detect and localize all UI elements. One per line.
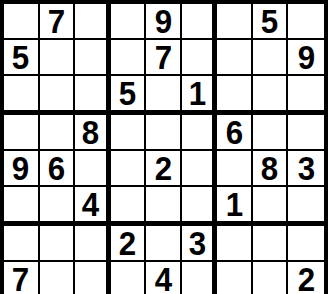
cell-digit: 7 [48, 4, 65, 38]
cell-r3c1[interactable] [4, 76, 40, 115]
cell-digit: 5 [261, 4, 278, 38]
cell-r4c2[interactable] [40, 115, 76, 151]
cell-r1c3[interactable] [75, 4, 111, 40]
cell-r2c8[interactable] [253, 40, 289, 76]
cell-r4c9[interactable] [288, 115, 324, 151]
cell-r8c6[interactable] [182, 262, 218, 294]
cell-r1c5[interactable]: 9 [146, 4, 182, 40]
cell-r6c6[interactable] [182, 187, 218, 226]
cell-r2c7[interactable] [217, 40, 253, 76]
cell-r6c3[interactable]: 4 [75, 187, 111, 226]
cell-r5c4[interactable] [111, 151, 147, 187]
cell-r5c7[interactable] [217, 151, 253, 187]
cell-digit: 5 [119, 76, 136, 110]
cell-r7c5[interactable] [146, 226, 182, 262]
cell-r7c8[interactable] [253, 226, 289, 262]
cell-digit: 7 [12, 262, 29, 294]
cell-r8c3[interactable] [75, 262, 111, 294]
cell-r6c7[interactable]: 1 [217, 187, 253, 226]
cell-r7c6[interactable]: 3 [182, 226, 218, 262]
cell-digit: 3 [188, 226, 205, 260]
cell-r7c1[interactable] [4, 226, 40, 262]
cell-digit: 4 [82, 187, 99, 221]
cell-r1c2[interactable]: 7 [40, 4, 76, 40]
cell-r5c2[interactable]: 6 [40, 151, 76, 187]
cell-r8c1[interactable]: 7 [4, 262, 40, 294]
cell-r7c2[interactable] [40, 226, 76, 262]
cell-r3c2[interactable] [40, 76, 76, 115]
cell-r4c1[interactable] [4, 115, 40, 151]
cell-r1c9[interactable] [288, 4, 324, 40]
cell-digit: 5 [12, 40, 29, 74]
cell-r3c5[interactable] [146, 76, 182, 115]
cell-r2c4[interactable] [111, 40, 147, 76]
cell-r2c6[interactable] [182, 40, 218, 76]
cell-r6c4[interactable] [111, 187, 147, 226]
cell-digit: 4 [154, 262, 171, 294]
cell-r5c8[interactable]: 8 [253, 151, 289, 187]
cell-r7c9[interactable] [288, 226, 324, 262]
cell-r4c6[interactable] [182, 115, 218, 151]
cell-r3c6[interactable]: 1 [182, 76, 218, 115]
cell-r4c4[interactable] [111, 115, 147, 151]
cell-r5c9[interactable]: 3 [288, 151, 324, 187]
cell-r6c9[interactable] [288, 187, 324, 226]
cell-r6c8[interactable] [253, 187, 289, 226]
cell-r8c8[interactable] [253, 262, 289, 294]
cell-digit: 8 [261, 151, 278, 185]
cell-digit: 1 [188, 76, 205, 110]
cell-r3c8[interactable] [253, 76, 289, 115]
sudoku-board: 7955795186962834123742956 [0, 0, 328, 294]
cell-r8c2[interactable] [40, 262, 76, 294]
cell-digit: 9 [298, 40, 315, 74]
cell-r3c9[interactable] [288, 76, 324, 115]
cell-digit: 6 [225, 115, 242, 149]
cell-r8c4[interactable] [111, 262, 147, 294]
cell-digit: 8 [82, 115, 99, 149]
cell-r5c6[interactable] [182, 151, 218, 187]
cell-r2c5[interactable]: 7 [146, 40, 182, 76]
cell-r6c1[interactable] [4, 187, 40, 226]
cell-r1c1[interactable] [4, 4, 40, 40]
cell-r8c7[interactable] [217, 262, 253, 294]
cell-r2c2[interactable] [40, 40, 76, 76]
cell-r1c4[interactable] [111, 4, 147, 40]
cell-r3c4[interactable]: 5 [111, 76, 147, 115]
cell-digit: 6 [48, 151, 65, 185]
cell-digit: 9 [154, 4, 171, 38]
cell-digit: 7 [154, 40, 171, 74]
cell-r2c1[interactable]: 5 [4, 40, 40, 76]
cell-r6c2[interactable] [40, 187, 76, 226]
cell-r4c7[interactable]: 6 [217, 115, 253, 151]
cell-digit: 3 [298, 151, 315, 185]
cell-r4c3[interactable]: 8 [75, 115, 111, 151]
cell-digit: 2 [154, 151, 171, 185]
cell-r3c7[interactable] [217, 76, 253, 115]
cell-r7c7[interactable] [217, 226, 253, 262]
cell-r5c5[interactable]: 2 [146, 151, 182, 187]
cell-r7c3[interactable] [75, 226, 111, 262]
cell-r8c5[interactable]: 4 [146, 262, 182, 294]
cell-r5c1[interactable]: 9 [4, 151, 40, 187]
cell-r2c9[interactable]: 9 [288, 40, 324, 76]
cell-digit: 2 [298, 262, 315, 294]
cell-r4c5[interactable] [146, 115, 182, 151]
cell-r4c8[interactable] [253, 115, 289, 151]
cell-r1c6[interactable] [182, 4, 218, 40]
cell-r3c3[interactable] [75, 76, 111, 115]
cell-r1c7[interactable] [217, 4, 253, 40]
cell-r7c4[interactable]: 2 [111, 226, 147, 262]
cell-digit: 2 [119, 226, 136, 260]
cell-digit: 9 [12, 151, 29, 185]
cell-r6c5[interactable] [146, 187, 182, 226]
cell-r1c8[interactable]: 5 [253, 4, 289, 40]
cell-r5c3[interactable] [75, 151, 111, 187]
cell-r2c3[interactable] [75, 40, 111, 76]
cell-r8c9[interactable]: 2 [288, 262, 324, 294]
cell-digit: 1 [225, 187, 242, 221]
